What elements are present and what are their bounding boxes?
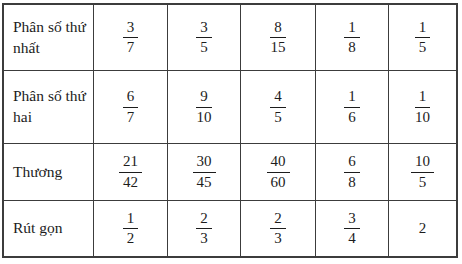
fraction: 1 2 [123, 210, 139, 248]
fraction-numerator: 3 [123, 19, 139, 38]
row-label-second-fraction: Phân số thứ hai [4, 71, 94, 144]
fraction-table-page: Phân số thứ nhất 3 7 3 5 8 15 1 8 [0, 0, 462, 264]
table-cell-r1c3: 8 15 [241, 5, 316, 71]
fraction-numerator: 2 [270, 210, 286, 229]
fraction-numerator: 3 [196, 19, 212, 38]
fraction-numerator: 4 [270, 88, 286, 107]
table-cell-r1c2: 3 5 [168, 5, 241, 71]
fraction: 4 5 [270, 88, 286, 126]
fraction-denominator: 45 [195, 173, 214, 191]
fraction-numerator: 10 [411, 153, 434, 172]
fraction: 1 5 [415, 19, 431, 57]
fraction-denominator: 60 [269, 173, 288, 191]
table-cell-r3c4: 6 8 [316, 144, 389, 201]
fraction-numerator: 30 [193, 153, 216, 172]
table-cell-r2c4: 1 6 [316, 71, 389, 144]
fraction-denominator: 5 [272, 108, 284, 126]
fraction-denominator: 7 [125, 38, 137, 56]
fraction-numerator: 1 [344, 19, 360, 38]
fraction-denominator: 42 [121, 173, 140, 191]
fraction-denominator: 2 [125, 229, 137, 247]
fraction-numerator: 6 [344, 153, 360, 172]
fraction: 30 45 [193, 153, 216, 191]
table-cell-r3c1: 21 42 [94, 144, 168, 201]
table-cell-r3c3: 40 60 [241, 144, 316, 201]
fraction: 2 3 [270, 210, 286, 248]
table-cell-r2c5: 1 10 [389, 71, 456, 144]
table-cell-r2c3: 4 5 [241, 71, 316, 144]
fraction-numerator: 21 [119, 153, 142, 172]
fraction-denominator: 15 [269, 38, 288, 56]
fraction-denominator: 3 [198, 229, 210, 247]
fraction: 6 8 [344, 153, 360, 191]
row-label-quotient: Thương [4, 144, 94, 201]
fraction-numerator: 40 [267, 153, 290, 172]
fraction-denominator: 5 [198, 38, 210, 56]
fraction-denominator: 5 [417, 173, 429, 191]
fraction-denominator: 7 [125, 108, 137, 126]
fraction-denominator: 10 [195, 108, 214, 126]
table-cell-r4c1: 1 2 [94, 201, 168, 256]
table-cell-r1c5: 1 5 [389, 5, 456, 71]
table-cell-r2c2: 9 10 [168, 71, 241, 144]
fraction: 1 6 [344, 88, 360, 126]
fraction: 3 4 [344, 210, 360, 248]
fraction: 21 42 [119, 153, 142, 191]
fraction-numerator: 8 [270, 19, 286, 38]
table-cell-r4c5: 2 [389, 201, 456, 256]
row-label-first-fraction: Phân số thứ nhất [4, 5, 94, 71]
table-cell-r3c5: 10 5 [389, 144, 456, 201]
fraction: 10 5 [411, 153, 434, 191]
fraction-denominator: 8 [346, 173, 358, 191]
table-cell-r4c4: 3 4 [316, 201, 389, 256]
fraction-numerator: 6 [123, 88, 139, 107]
fraction-numerator: 1 [123, 210, 139, 229]
fraction: 1 8 [344, 19, 360, 57]
fraction-denominator: 3 [272, 229, 284, 247]
fraction: 3 7 [123, 19, 139, 57]
fraction: 8 15 [269, 19, 288, 57]
table-cell-r4c2: 2 3 [168, 201, 241, 256]
fraction: 9 10 [195, 88, 214, 126]
table-cell-r1c4: 1 8 [316, 5, 389, 71]
fraction-numerator: 1 [415, 88, 431, 107]
fraction-table: Phân số thứ nhất 3 7 3 5 8 15 1 8 [2, 3, 458, 258]
fraction-denominator: 5 [417, 38, 429, 56]
fraction: 2 3 [196, 210, 212, 248]
fraction: 40 60 [267, 153, 290, 191]
fraction: 1 10 [413, 88, 432, 126]
fraction-numerator: 1 [344, 88, 360, 107]
fraction: 3 5 [196, 19, 212, 57]
fraction-numerator: 2 [196, 210, 212, 229]
fraction: 6 7 [123, 88, 139, 126]
row-label-simplified: Rút gọn [4, 201, 94, 256]
fraction-numerator: 3 [344, 210, 360, 229]
fraction-denominator: 8 [346, 38, 358, 56]
table-cell-r4c3: 2 3 [241, 201, 316, 256]
table-cell-r1c1: 3 7 [94, 5, 168, 71]
fraction-numerator: 9 [196, 88, 212, 107]
fraction-denominator: 4 [346, 229, 358, 247]
table-cell-r2c1: 6 7 [94, 71, 168, 144]
whole-number: 2 [419, 220, 427, 237]
fraction-numerator: 1 [415, 19, 431, 38]
table-cell-r3c2: 30 45 [168, 144, 241, 201]
fraction-denominator: 6 [346, 108, 358, 126]
fraction-denominator: 10 [413, 108, 432, 126]
